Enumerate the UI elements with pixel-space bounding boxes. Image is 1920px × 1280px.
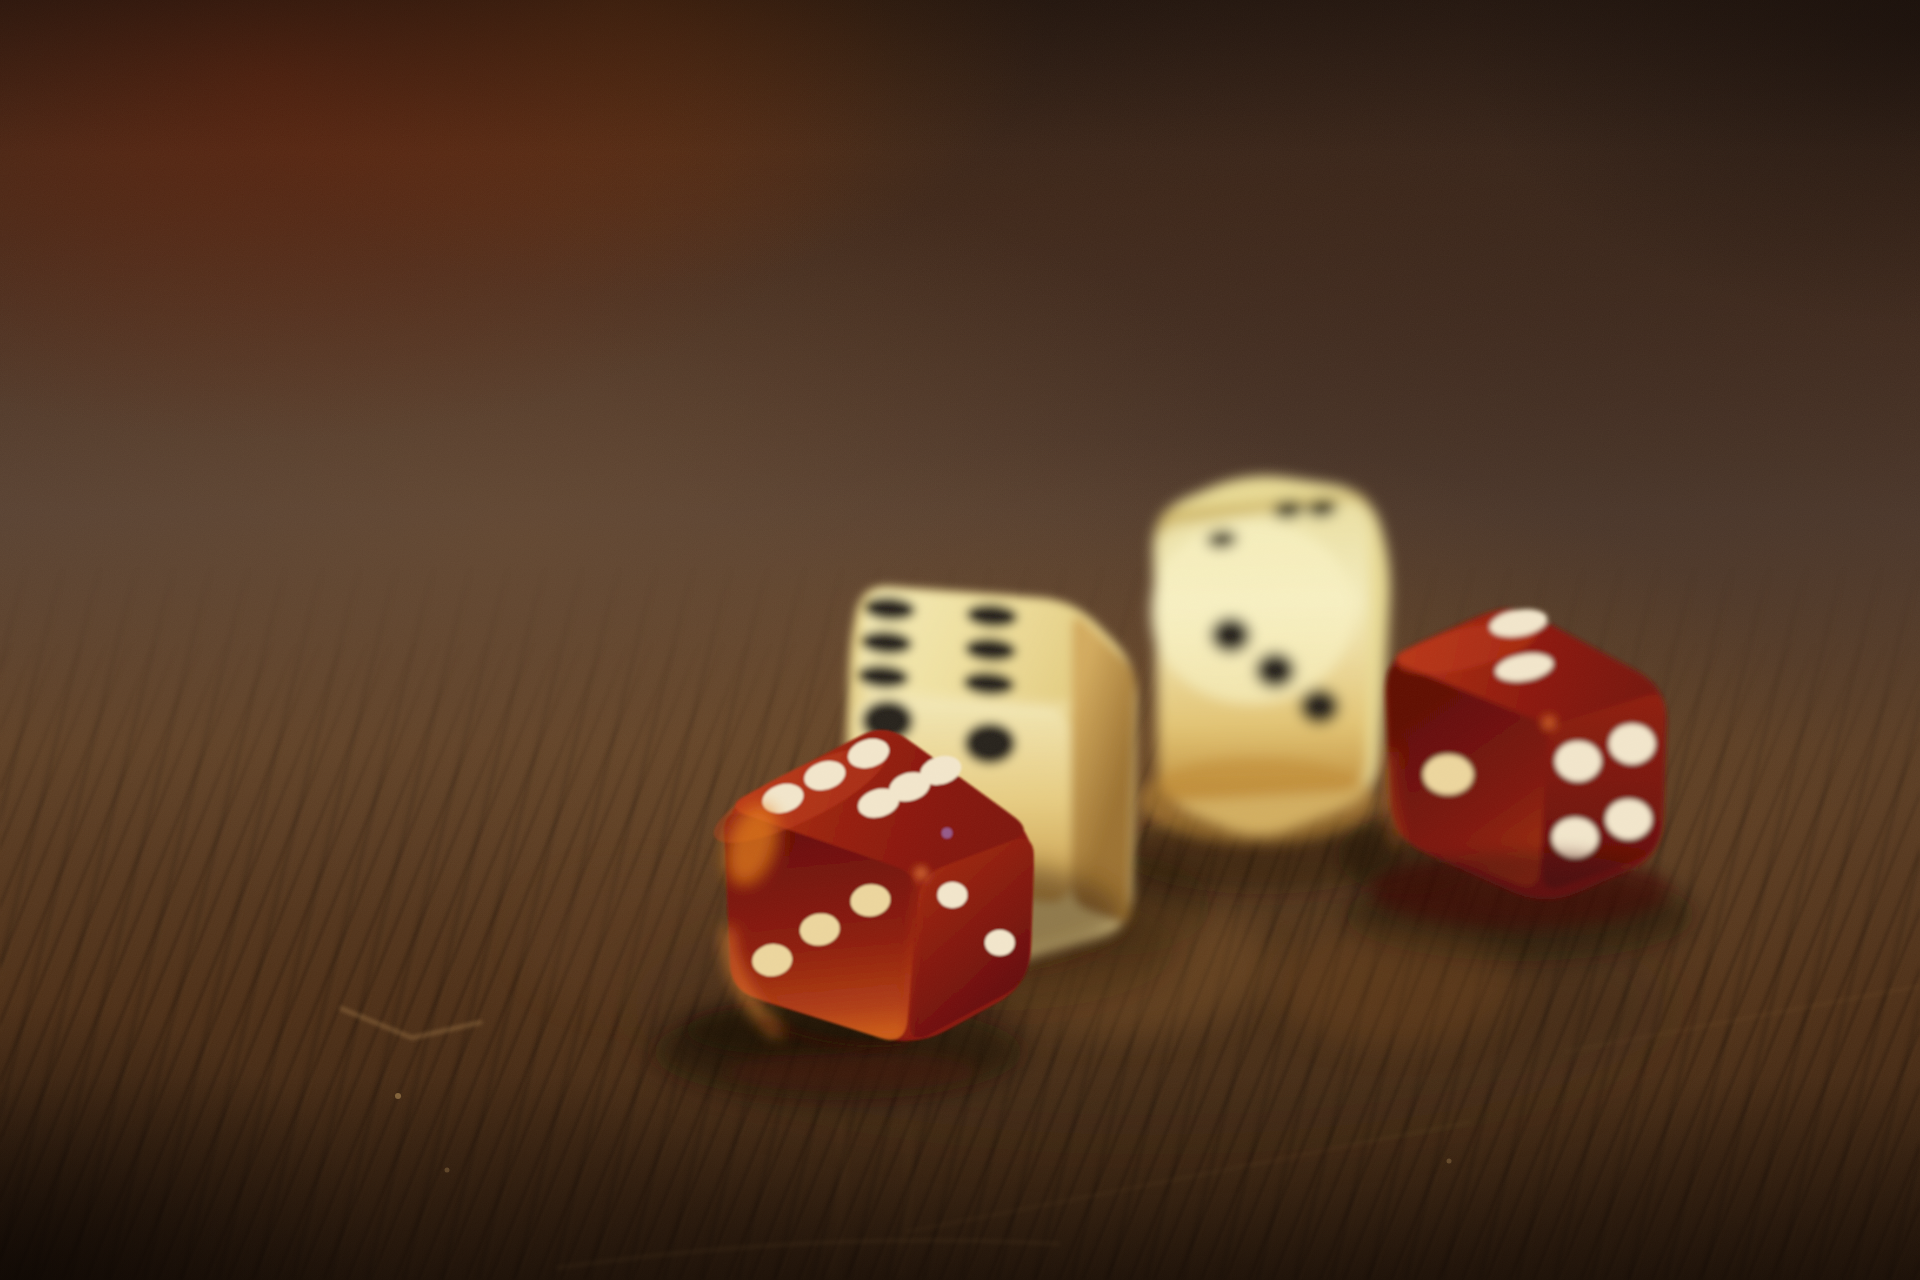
film-grain-overlay [0,0,1920,1280]
photograph-dice-on-wood-table [0,0,1920,1280]
dice-scene [0,0,1920,1280]
